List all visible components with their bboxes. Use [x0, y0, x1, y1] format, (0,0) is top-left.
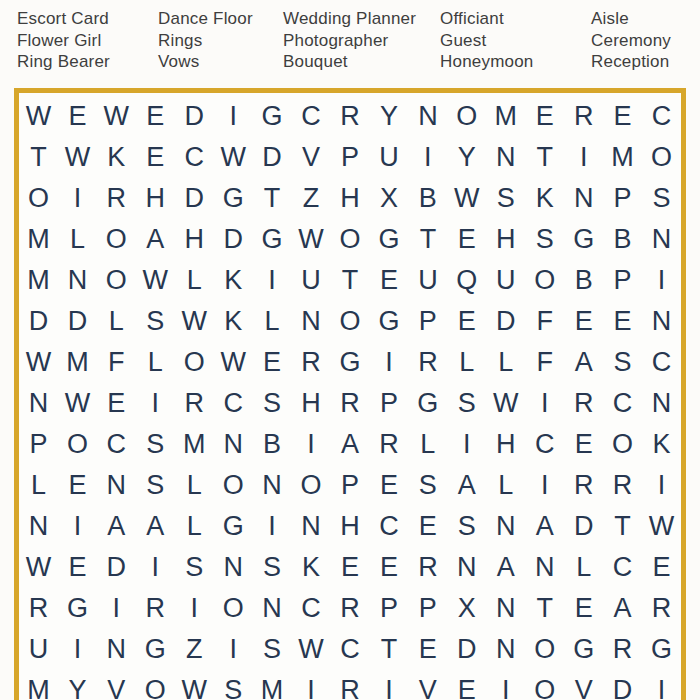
grid-cell[interactable]: S [253, 629, 292, 670]
grid-cell[interactable]: A [447, 465, 486, 506]
grid-cell[interactable]: I [486, 670, 525, 700]
grid-cell[interactable]: E [253, 342, 292, 383]
word-item: Aisle [591, 8, 671, 30]
grid-cell[interactable]: G [58, 588, 97, 629]
word-item: Honeymoon [440, 51, 533, 73]
grid-cell[interactable]: F [97, 342, 136, 383]
grid-cell[interactable]: E [408, 506, 447, 547]
grid-cell[interactable]: L [447, 342, 486, 383]
grid-cell[interactable]: T [408, 219, 447, 260]
grid-cell[interactable]: D [486, 301, 525, 342]
grid-cell[interactable]: I [642, 670, 681, 700]
word-item: Ceremony [591, 30, 671, 52]
letter-grid: WEWEDIGCRYNOMERECTWKECWDVPUIYNTIMOOIRHDG… [19, 93, 681, 700]
grid-cell[interactable]: P [408, 588, 447, 629]
grid-cell[interactable]: I [175, 588, 214, 629]
grid-cell[interactable]: G [214, 178, 253, 219]
grid-cell[interactable]: R [603, 629, 642, 670]
grid-cell[interactable]: M [19, 670, 58, 700]
grid-cell[interactable]: M [19, 260, 58, 301]
grid-cell[interactable]: I [642, 260, 681, 301]
grid-cell[interactable]: I [447, 424, 486, 465]
grid-cell[interactable]: D [603, 670, 642, 700]
grid-cell[interactable]: R [97, 178, 136, 219]
grid-cell[interactable]: K [214, 260, 253, 301]
grid-cell[interactable]: W [292, 629, 331, 670]
grid-cell[interactable]: G [253, 96, 292, 137]
grid-cell[interactable]: B [564, 260, 603, 301]
grid-cell[interactable]: W [19, 96, 58, 137]
grid-cell[interactable]: E [447, 219, 486, 260]
grid-cell[interactable]: T [525, 588, 564, 629]
grid-cell[interactable]: G [642, 629, 681, 670]
grid-cell[interactable]: S [486, 178, 525, 219]
grid-cell[interactable]: R [331, 383, 370, 424]
grid-cell[interactable]: R [136, 588, 175, 629]
grid-cell[interactable]: S [175, 547, 214, 588]
grid-cell[interactable]: U [369, 137, 408, 178]
grid-cell[interactable]: H [331, 506, 370, 547]
grid-cell[interactable]: N [253, 465, 292, 506]
grid-cell[interactable]: O [525, 260, 564, 301]
grid-cell[interactable]: C [369, 506, 408, 547]
grid-cell[interactable]: N [292, 301, 331, 342]
grid-cell[interactable]: S [136, 301, 175, 342]
grid-cell[interactable]: N [525, 547, 564, 588]
grid-cell[interactable]: I [525, 465, 564, 506]
word-item: Escort Card [17, 8, 110, 30]
grid-cell[interactable]: M [175, 424, 214, 465]
grid-cell[interactable]: V [564, 670, 603, 700]
grid-cell[interactable]: I [58, 629, 97, 670]
grid-cell[interactable]: E [447, 301, 486, 342]
grid-cell[interactable]: G [331, 342, 370, 383]
word-item: Guest [440, 30, 533, 52]
grid-cell[interactable]: O [136, 670, 175, 700]
grid-cell[interactable]: R [331, 588, 370, 629]
grid-cell[interactable]: E [331, 547, 370, 588]
grid-cell[interactable]: N [642, 301, 681, 342]
grid-cell[interactable]: N [564, 178, 603, 219]
grid-cell[interactable]: E [58, 465, 97, 506]
word-item: Photographer [283, 30, 416, 52]
grid-cell[interactable]: A [603, 588, 642, 629]
grid-cell[interactable]: L [136, 342, 175, 383]
grid-cell[interactable]: W [447, 178, 486, 219]
word-list-column-5: Aisle Ceremony Reception [591, 8, 671, 73]
grid-cell[interactable]: I [58, 178, 97, 219]
grid-cell[interactable]: R [564, 383, 603, 424]
grid-cell[interactable]: E [564, 588, 603, 629]
grid-cell[interactable]: I [642, 465, 681, 506]
grid-cell[interactable]: S [603, 342, 642, 383]
grid-cell[interactable]: W [214, 342, 253, 383]
grid-cell[interactable]: A [331, 424, 370, 465]
grid-cell[interactable]: I [58, 506, 97, 547]
grid-cell[interactable]: R [331, 96, 370, 137]
grid-cell[interactable]: X [447, 588, 486, 629]
grid-cell[interactable]: O [331, 301, 370, 342]
grid-cell[interactable]: A [486, 547, 525, 588]
grid-cell[interactable]: W [292, 219, 331, 260]
grid-cell[interactable]: E [408, 629, 447, 670]
grid-cell[interactable]: L [175, 506, 214, 547]
grid-cell[interactable]: C [603, 547, 642, 588]
grid-cell[interactable]: T [19, 137, 58, 178]
grid-cell[interactable]: O [175, 342, 214, 383]
word-item: Bouquet [283, 51, 416, 73]
grid-cell[interactable]: T [525, 137, 564, 178]
grid-cell[interactable]: H [486, 424, 525, 465]
grid-cell[interactable]: S [447, 506, 486, 547]
grid-cell[interactable]: S [136, 465, 175, 506]
grid-cell[interactable]: O [603, 424, 642, 465]
grid-cell[interactable]: K [214, 301, 253, 342]
grid-cell[interactable]: G [136, 629, 175, 670]
grid-cell[interactable]: P [19, 424, 58, 465]
grid-cell[interactable]: W [642, 506, 681, 547]
grid-cell[interactable]: W [19, 547, 58, 588]
grid-cell[interactable]: U [486, 260, 525, 301]
grid-cell[interactable]: M [603, 137, 642, 178]
grid-cell[interactable]: U [408, 260, 447, 301]
grid-cell[interactable]: E [447, 670, 486, 700]
grid-cell[interactable]: L [253, 301, 292, 342]
grid-cell[interactable]: M [19, 219, 58, 260]
grid-cell[interactable]: N [486, 506, 525, 547]
word-item: Vows [158, 51, 253, 73]
puzzle-board: WEWEDIGCRYNOMERECTWKECWDVPUIYNTIMOOIRHDG… [14, 88, 686, 700]
grid-cell[interactable]: M [486, 96, 525, 137]
grid-cell[interactable]: S [136, 424, 175, 465]
grid-cell[interactable]: G [214, 506, 253, 547]
grid-cell[interactable]: C [175, 137, 214, 178]
grid-cell[interactable]: W [97, 96, 136, 137]
grid-cell[interactable]: E [136, 137, 175, 178]
grid-cell[interactable]: N [642, 383, 681, 424]
grid-cell[interactable]: R [564, 96, 603, 137]
grid-cell[interactable]: R [642, 588, 681, 629]
grid-cell[interactable]: A [136, 219, 175, 260]
grid-cell[interactable]: R [564, 465, 603, 506]
grid-cell[interactable]: N [408, 96, 447, 137]
grid-cell[interactable]: U [19, 629, 58, 670]
word-item: Rings [158, 30, 253, 52]
grid-cell[interactable]: P [331, 465, 370, 506]
grid-cell[interactable]: G [253, 219, 292, 260]
grid-cell[interactable]: S [642, 178, 681, 219]
grid-cell[interactable]: R [175, 383, 214, 424]
grid-cell[interactable]: I [369, 342, 408, 383]
grid-cell[interactable]: N [486, 137, 525, 178]
grid-cell[interactable]: I [214, 629, 253, 670]
grid-cell[interactable]: I [292, 670, 331, 700]
grid-cell[interactable]: H [331, 178, 370, 219]
grid-cell[interactable]: T [369, 629, 408, 670]
grid-cell[interactable]: I [564, 137, 603, 178]
grid-cell[interactable]: E [369, 260, 408, 301]
grid-cell[interactable]: E [525, 96, 564, 137]
grid-cell[interactable]: I [253, 260, 292, 301]
grid-cell[interactable]: V [97, 670, 136, 700]
grid-cell[interactable]: E [369, 465, 408, 506]
grid-cell[interactable]: N [58, 260, 97, 301]
word-item: Dance Floor [158, 8, 253, 30]
grid-cell[interactable]: A [525, 506, 564, 547]
grid-cell[interactable]: O [642, 137, 681, 178]
grid-cell[interactable]: O [525, 670, 564, 700]
grid-cell[interactable]: B [408, 178, 447, 219]
grid-cell[interactable]: N [214, 547, 253, 588]
word-list-column-4: Officiant Guest Honeymoon [440, 8, 533, 73]
grid-cell[interactable]: Y [447, 137, 486, 178]
grid-cell[interactable]: N [447, 547, 486, 588]
grid-cell[interactable]: P [603, 260, 642, 301]
grid-cell[interactable]: A [97, 506, 136, 547]
grid-cell[interactable]: D [447, 629, 486, 670]
grid-cell[interactable]: O [97, 219, 136, 260]
grid-cell[interactable]: K [292, 547, 331, 588]
grid-cell[interactable]: K [642, 424, 681, 465]
grid-cell[interactable]: G [369, 219, 408, 260]
grid-cell[interactable]: N [97, 629, 136, 670]
grid-cell[interactable]: E [136, 96, 175, 137]
grid-cell[interactable]: V [292, 137, 331, 178]
grid-cell[interactable]: O [331, 219, 370, 260]
grid-cell[interactable]: N [486, 588, 525, 629]
grid-cell[interactable]: Y [58, 670, 97, 700]
grid-cell[interactable]: P [369, 588, 408, 629]
grid-cell[interactable]: R [408, 342, 447, 383]
grid-cell[interactable]: G [564, 219, 603, 260]
grid-cell[interactable]: D [253, 137, 292, 178]
grid-cell[interactable]: G [369, 301, 408, 342]
word-list: Escort Card Flower Girl Ring Bearer Danc… [0, 8, 700, 86]
grid-cell[interactable]: P [603, 178, 642, 219]
grid-cell[interactable]: D [214, 219, 253, 260]
grid-cell[interactable]: L [97, 301, 136, 342]
grid-cell[interactable]: K [97, 137, 136, 178]
grid-cell[interactable]: C [331, 629, 370, 670]
grid-cell[interactable]: W [214, 137, 253, 178]
grid-cell[interactable]: Z [292, 178, 331, 219]
grid-cell[interactable]: A [136, 506, 175, 547]
grid-cell[interactable]: I [136, 383, 175, 424]
grid-cell[interactable]: S [408, 465, 447, 506]
grid-cell[interactable]: F [525, 301, 564, 342]
grid-cell[interactable]: C [292, 96, 331, 137]
grid-cell[interactable]: D [175, 96, 214, 137]
grid-cell[interactable]: D [564, 506, 603, 547]
grid-cell[interactable]: T [253, 178, 292, 219]
grid-cell[interactable]: L [19, 465, 58, 506]
grid-cell[interactable]: E [58, 547, 97, 588]
grid-cell[interactable]: W [58, 137, 97, 178]
grid-cell[interactable]: L [564, 547, 603, 588]
grid-cell[interactable]: I [136, 547, 175, 588]
grid-cell[interactable]: H [175, 219, 214, 260]
grid-cell[interactable]: M [58, 342, 97, 383]
grid-cell[interactable]: P [369, 383, 408, 424]
grid-cell[interactable]: S [214, 670, 253, 700]
grid-cell[interactable]: N [486, 629, 525, 670]
grid-cell[interactable]: O [214, 588, 253, 629]
grid-cell[interactable]: D [19, 301, 58, 342]
grid-cell[interactable]: L [486, 342, 525, 383]
grid-cell[interactable]: E [642, 547, 681, 588]
grid-cell[interactable]: I [253, 506, 292, 547]
grid-cell[interactable]: P [331, 137, 370, 178]
grid-cell[interactable]: E [97, 383, 136, 424]
grid-cell[interactable]: E [564, 301, 603, 342]
grid-cell[interactable]: R [19, 588, 58, 629]
grid-cell[interactable]: N [97, 465, 136, 506]
grid-cell[interactable]: K [525, 178, 564, 219]
grid-cell[interactable]: D [58, 301, 97, 342]
grid-cell[interactable]: F [525, 342, 564, 383]
grid-cell[interactable]: X [369, 178, 408, 219]
grid-cell[interactable]: S [253, 547, 292, 588]
grid-cell[interactable]: R [603, 465, 642, 506]
grid-cell[interactable]: L [175, 260, 214, 301]
grid-cell[interactable]: N [214, 424, 253, 465]
grid-cell[interactable]: T [331, 260, 370, 301]
word-item: Flower Girl [17, 30, 110, 52]
grid-cell[interactable]: S [253, 383, 292, 424]
grid-cell[interactable]: Q [447, 260, 486, 301]
grid-cell[interactable]: O [214, 465, 253, 506]
word-item: Reception [591, 51, 671, 73]
grid-cell[interactable]: R [369, 424, 408, 465]
word-item: Officiant [440, 8, 533, 30]
grid-cell[interactable]: O [292, 465, 331, 506]
grid-cell[interactable]: C [214, 383, 253, 424]
grid-cell[interactable]: E [369, 547, 408, 588]
grid-cell[interactable]: U [292, 260, 331, 301]
grid-cell[interactable]: D [97, 547, 136, 588]
grid-cell[interactable]: H [136, 178, 175, 219]
grid-cell[interactable]: A [564, 342, 603, 383]
grid-cell[interactable]: I [369, 670, 408, 700]
grid-cell[interactable]: Y [369, 96, 408, 137]
grid-cell[interactable]: L [408, 424, 447, 465]
grid-cell[interactable]: N [642, 219, 681, 260]
grid-cell[interactable]: T [603, 506, 642, 547]
grid-cell[interactable]: V [408, 670, 447, 700]
grid-cell[interactable]: W [58, 383, 97, 424]
grid-cell[interactable]: O [447, 96, 486, 137]
grid-cell[interactable]: R [408, 547, 447, 588]
grid-cell[interactable]: S [525, 219, 564, 260]
grid-cell[interactable]: B [603, 219, 642, 260]
grid-cell[interactable]: L [58, 219, 97, 260]
grid-cell[interactable]: W [136, 260, 175, 301]
grid-cell[interactable]: O [19, 178, 58, 219]
grid-cell[interactable]: R [292, 342, 331, 383]
grid-cell[interactable]: C [603, 383, 642, 424]
grid-cell[interactable]: C [525, 424, 564, 465]
grid-cell[interactable]: O [525, 629, 564, 670]
grid-cell[interactable]: C [642, 96, 681, 137]
grid-cell[interactable]: O [58, 424, 97, 465]
grid-cell[interactable]: G [564, 629, 603, 670]
grid-cell[interactable]: O [97, 260, 136, 301]
grid-cell[interactable]: N [253, 588, 292, 629]
grid-cell[interactable]: W [175, 670, 214, 700]
grid-cell[interactable]: I [97, 588, 136, 629]
grid-cell[interactable]: L [175, 465, 214, 506]
grid-cell[interactable]: I [214, 96, 253, 137]
grid-cell[interactable]: N [292, 506, 331, 547]
grid-cell[interactable]: C [292, 588, 331, 629]
grid-cell[interactable]: P [408, 301, 447, 342]
grid-cell[interactable]: I [292, 424, 331, 465]
grid-cell[interactable]: W [19, 342, 58, 383]
grid-cell[interactable]: M [253, 670, 292, 700]
grid-cell[interactable]: H [486, 219, 525, 260]
grid-cell[interactable]: E [564, 424, 603, 465]
grid-cell[interactable]: E [603, 96, 642, 137]
word-list-column-3: Wedding Planner Photographer Bouquet [283, 8, 416, 73]
grid-cell[interactable]: S [447, 383, 486, 424]
grid-cell[interactable]: C [97, 424, 136, 465]
grid-cell[interactable]: H [292, 383, 331, 424]
grid-cell[interactable]: L [486, 465, 525, 506]
grid-cell[interactable]: B [253, 424, 292, 465]
word-item: Ring Bearer [17, 51, 110, 73]
grid-cell[interactable]: I [408, 137, 447, 178]
grid-cell[interactable]: W [486, 383, 525, 424]
word-list-column-2: Dance Floor Rings Vows [158, 8, 253, 73]
grid-cell[interactable]: I [525, 383, 564, 424]
grid-cell[interactable]: N [19, 383, 58, 424]
grid-cell[interactable]: D [175, 178, 214, 219]
grid-cell[interactable]: W [175, 301, 214, 342]
grid-cell[interactable]: E [58, 96, 97, 137]
grid-cell[interactable]: Z [175, 629, 214, 670]
grid-cell[interactable]: E [603, 301, 642, 342]
grid-cell[interactable]: G [408, 383, 447, 424]
grid-cell[interactable]: N [19, 506, 58, 547]
word-item: Wedding Planner [283, 8, 416, 30]
grid-cell[interactable]: R [331, 670, 370, 700]
grid-cell[interactable]: C [642, 342, 681, 383]
word-list-column-1: Escort Card Flower Girl Ring Bearer [17, 8, 110, 73]
